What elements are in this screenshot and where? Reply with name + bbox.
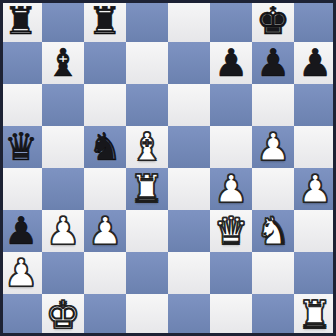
square-g5[interactable]: ♟: [252, 126, 294, 168]
square-b5[interactable]: [42, 126, 84, 168]
square-g6[interactable]: [252, 84, 294, 126]
square-c1[interactable]: [84, 294, 126, 336]
square-d7[interactable]: [126, 42, 168, 84]
square-h5[interactable]: [294, 126, 336, 168]
square-d1[interactable]: [126, 294, 168, 336]
black-bishop-piece[interactable]: ♝: [46, 42, 80, 84]
black-rook-piece[interactable]: ♜: [88, 0, 122, 42]
square-f2[interactable]: [210, 252, 252, 294]
white-pawn-piece[interactable]: ♟: [4, 252, 38, 294]
square-c5[interactable]: ♞: [84, 126, 126, 168]
square-g7[interactable]: ♟: [252, 42, 294, 84]
square-a6[interactable]: [0, 84, 42, 126]
chessboard: ♜♜♚♝♟♟♟♛♞♝♟♜♟♟♟♟♟♛♞♟♚♜: [0, 0, 336, 336]
black-knight-piece[interactable]: ♞: [88, 126, 122, 168]
square-e3[interactable]: [168, 210, 210, 252]
white-queen-piece[interactable]: ♛: [214, 210, 248, 252]
square-e4[interactable]: [168, 168, 210, 210]
square-a2[interactable]: ♟: [0, 252, 42, 294]
square-a4[interactable]: [0, 168, 42, 210]
square-a7[interactable]: [0, 42, 42, 84]
square-e2[interactable]: [168, 252, 210, 294]
square-b2[interactable]: [42, 252, 84, 294]
square-f8[interactable]: [210, 0, 252, 42]
black-queen-piece[interactable]: ♛: [4, 126, 38, 168]
white-pawn-piece[interactable]: ♟: [298, 168, 332, 210]
square-a1[interactable]: [0, 294, 42, 336]
white-pawn-piece[interactable]: ♟: [256, 126, 290, 168]
square-c3[interactable]: ♟: [84, 210, 126, 252]
square-g2[interactable]: [252, 252, 294, 294]
white-pawn-piece[interactable]: ♟: [46, 210, 80, 252]
square-c6[interactable]: [84, 84, 126, 126]
white-king-piece[interactable]: ♚: [46, 294, 80, 336]
square-a5[interactable]: ♛: [0, 126, 42, 168]
square-g8[interactable]: ♚: [252, 0, 294, 42]
square-b1[interactable]: ♚: [42, 294, 84, 336]
white-rook-piece[interactable]: ♜: [130, 168, 164, 210]
square-h3[interactable]: [294, 210, 336, 252]
square-h2[interactable]: [294, 252, 336, 294]
square-b7[interactable]: ♝: [42, 42, 84, 84]
square-f5[interactable]: [210, 126, 252, 168]
square-e6[interactable]: [168, 84, 210, 126]
black-pawn-piece[interactable]: ♟: [298, 42, 332, 84]
black-pawn-piece[interactable]: ♟: [214, 42, 248, 84]
white-pawn-piece[interactable]: ♟: [88, 210, 122, 252]
black-pawn-piece[interactable]: ♟: [256, 42, 290, 84]
square-c8[interactable]: ♜: [84, 0, 126, 42]
square-f3[interactable]: ♛: [210, 210, 252, 252]
square-b6[interactable]: [42, 84, 84, 126]
square-d5[interactable]: ♝: [126, 126, 168, 168]
square-f7[interactable]: ♟: [210, 42, 252, 84]
square-c7[interactable]: [84, 42, 126, 84]
white-pawn-piece[interactable]: ♟: [214, 168, 248, 210]
square-e7[interactable]: [168, 42, 210, 84]
square-h4[interactable]: ♟: [294, 168, 336, 210]
square-a8[interactable]: ♜: [0, 0, 42, 42]
square-g4[interactable]: [252, 168, 294, 210]
square-d4[interactable]: ♜: [126, 168, 168, 210]
square-g1[interactable]: [252, 294, 294, 336]
square-d8[interactable]: [126, 0, 168, 42]
white-rook-piece[interactable]: ♜: [298, 294, 332, 336]
square-e1[interactable]: [168, 294, 210, 336]
white-knight-piece[interactable]: ♞: [256, 210, 290, 252]
square-f6[interactable]: [210, 84, 252, 126]
square-g3[interactable]: ♞: [252, 210, 294, 252]
square-c4[interactable]: [84, 168, 126, 210]
square-e8[interactable]: [168, 0, 210, 42]
square-h8[interactable]: [294, 0, 336, 42]
white-bishop-piece[interactable]: ♝: [130, 126, 164, 168]
black-king-piece[interactable]: ♚: [256, 0, 290, 42]
black-rook-piece[interactable]: ♜: [4, 0, 38, 42]
square-h1[interactable]: ♜: [294, 294, 336, 336]
square-d2[interactable]: [126, 252, 168, 294]
square-d6[interactable]: [126, 84, 168, 126]
square-f4[interactable]: ♟: [210, 168, 252, 210]
square-c2[interactable]: [84, 252, 126, 294]
square-b8[interactable]: [42, 0, 84, 42]
square-f1[interactable]: [210, 294, 252, 336]
square-a3[interactable]: ♟: [0, 210, 42, 252]
black-pawn-piece[interactable]: ♟: [4, 210, 38, 252]
square-e5[interactable]: [168, 126, 210, 168]
square-b4[interactable]: [42, 168, 84, 210]
square-h6[interactable]: [294, 84, 336, 126]
square-b3[interactable]: ♟: [42, 210, 84, 252]
square-d3[interactable]: [126, 210, 168, 252]
square-h7[interactable]: ♟: [294, 42, 336, 84]
